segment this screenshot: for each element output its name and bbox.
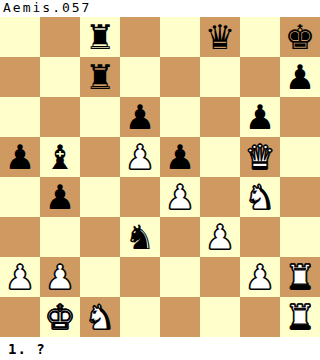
square-c6[interactable] (80, 97, 120, 137)
square-a3[interactable] (0, 217, 40, 257)
piece-black-knight: ♞ (125, 217, 155, 257)
piece-white-knight: ♞ (85, 297, 115, 337)
square-f2[interactable] (200, 257, 240, 297)
square-f8[interactable]: ♛ (200, 17, 240, 57)
piece-white-pawn: ♟ (245, 257, 275, 297)
square-b2[interactable]: ♟ (40, 257, 80, 297)
square-d5[interactable]: ♟ (120, 137, 160, 177)
piece-black-pawn: ♟ (5, 137, 35, 177)
square-a7[interactable] (0, 57, 40, 97)
square-a6[interactable] (0, 97, 40, 137)
square-f4[interactable] (200, 177, 240, 217)
square-g6[interactable]: ♟ (240, 97, 280, 137)
square-d8[interactable] (120, 17, 160, 57)
square-g5[interactable]: ♛ (240, 137, 280, 177)
move-prompt: 1. ? (0, 337, 320, 360)
square-d4[interactable] (120, 177, 160, 217)
square-a4[interactable] (0, 177, 40, 217)
square-h8[interactable]: ♚ (280, 17, 320, 57)
square-d3[interactable]: ♞ (120, 217, 160, 257)
piece-black-pawn: ♟ (245, 97, 275, 137)
square-d7[interactable] (120, 57, 160, 97)
square-c2[interactable] (80, 257, 120, 297)
piece-white-rook: ♜ (285, 257, 315, 297)
piece-black-rook: ♜ (85, 17, 115, 57)
square-c1[interactable]: ♞ (80, 297, 120, 337)
piece-black-pawn: ♟ (285, 57, 315, 97)
piece-black-pawn: ♟ (125, 97, 155, 137)
square-b1[interactable]: ♚ (40, 297, 80, 337)
piece-white-rook: ♜ (285, 297, 315, 337)
piece-black-rook: ♜ (85, 57, 115, 97)
square-b3[interactable] (40, 217, 80, 257)
square-f3[interactable]: ♟ (200, 217, 240, 257)
piece-black-bishop: ♝ (45, 137, 75, 177)
piece-black-queen: ♛ (205, 17, 235, 57)
piece-black-pawn: ♟ (45, 177, 75, 217)
square-e1[interactable] (160, 297, 200, 337)
square-a2[interactable]: ♟ (0, 257, 40, 297)
square-h2[interactable]: ♜ (280, 257, 320, 297)
square-g8[interactable] (240, 17, 280, 57)
problem-title: Aemis.057 (0, 0, 320, 17)
square-a8[interactable] (0, 17, 40, 57)
square-g4[interactable]: ♞ (240, 177, 280, 217)
square-f5[interactable] (200, 137, 240, 177)
square-c7[interactable]: ♜ (80, 57, 120, 97)
square-e8[interactable] (160, 17, 200, 57)
square-d2[interactable] (120, 257, 160, 297)
piece-white-knight: ♞ (245, 177, 275, 217)
piece-white-pawn: ♟ (125, 137, 155, 177)
square-b7[interactable] (40, 57, 80, 97)
square-e3[interactable] (160, 217, 200, 257)
square-e5[interactable]: ♟ (160, 137, 200, 177)
square-f1[interactable] (200, 297, 240, 337)
square-b8[interactable] (40, 17, 80, 57)
piece-white-king: ♚ (45, 297, 75, 337)
square-d1[interactable] (120, 297, 160, 337)
piece-black-king: ♚ (285, 17, 315, 57)
square-b5[interactable]: ♝ (40, 137, 80, 177)
square-a5[interactable]: ♟ (0, 137, 40, 177)
square-h4[interactable] (280, 177, 320, 217)
piece-black-pawn: ♟ (165, 137, 195, 177)
square-c3[interactable] (80, 217, 120, 257)
square-e7[interactable] (160, 57, 200, 97)
square-f7[interactable] (200, 57, 240, 97)
square-e4[interactable]: ♟ (160, 177, 200, 217)
piece-white-pawn: ♟ (165, 177, 195, 217)
piece-white-pawn: ♟ (45, 257, 75, 297)
square-h3[interactable] (280, 217, 320, 257)
square-h1[interactable]: ♜ (280, 297, 320, 337)
square-f6[interactable] (200, 97, 240, 137)
square-c5[interactable] (80, 137, 120, 177)
square-h5[interactable] (280, 137, 320, 177)
square-h6[interactable] (280, 97, 320, 137)
square-g3[interactable] (240, 217, 280, 257)
square-d6[interactable]: ♟ (120, 97, 160, 137)
square-h7[interactable]: ♟ (280, 57, 320, 97)
square-c4[interactable] (80, 177, 120, 217)
square-a1[interactable] (0, 297, 40, 337)
square-b4[interactable]: ♟ (40, 177, 80, 217)
chess-problem-viewer: Aemis.057 ♜♛♚♜♟♟♟♟♝♟♟♛♟♟♞♞♟♟♟♟♜♚♞♜ 1. ? (0, 0, 320, 360)
piece-white-pawn: ♟ (5, 257, 35, 297)
square-g7[interactable] (240, 57, 280, 97)
piece-white-pawn: ♟ (205, 217, 235, 257)
square-e2[interactable] (160, 257, 200, 297)
square-g2[interactable]: ♟ (240, 257, 280, 297)
square-b6[interactable] (40, 97, 80, 137)
square-e6[interactable] (160, 97, 200, 137)
piece-white-queen: ♛ (245, 137, 275, 177)
square-g1[interactable] (240, 297, 280, 337)
chess-board: ♜♛♚♜♟♟♟♟♝♟♟♛♟♟♞♞♟♟♟♟♜♚♞♜ (0, 17, 320, 337)
square-c8[interactable]: ♜ (80, 17, 120, 57)
